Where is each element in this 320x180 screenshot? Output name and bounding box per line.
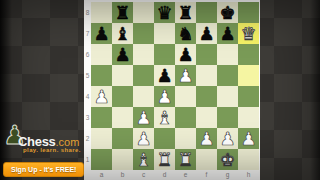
- square-a3: [91, 107, 112, 128]
- black-queen-d8: ♛: [154, 2, 175, 23]
- square-c6: [133, 44, 154, 65]
- file-label-a: a: [91, 170, 112, 179]
- square-h2: ♟: [238, 128, 259, 149]
- square-e3: [175, 107, 196, 128]
- square-b7: ♝: [112, 23, 133, 44]
- white-bishop-c1: ♝: [133, 149, 154, 170]
- rank-label-6: 6: [84, 44, 91, 65]
- square-h1: [238, 149, 259, 170]
- square-c3: ♟: [133, 107, 154, 128]
- square-g1: ♚: [217, 149, 238, 170]
- square-b6: ♟: [112, 44, 133, 65]
- square-f5: [196, 65, 217, 86]
- square-c2: ♟: [133, 128, 154, 149]
- black-pawn-a7: ♟: [91, 23, 112, 44]
- black-pawn-g7: ♟: [217, 23, 238, 44]
- black-pawn-d5: ♟: [154, 65, 175, 86]
- square-g3: [217, 107, 238, 128]
- square-h8: [238, 2, 259, 23]
- square-b8: ♜: [112, 2, 133, 23]
- square-h5: [238, 65, 259, 86]
- square-a1: [91, 149, 112, 170]
- square-e2: [175, 128, 196, 149]
- square-g4: [217, 86, 238, 107]
- square-e4: [175, 86, 196, 107]
- square-d7: [154, 23, 175, 44]
- square-e8: ♜: [175, 2, 196, 23]
- square-f1: [196, 149, 217, 170]
- square-e5: ♟: [175, 65, 196, 86]
- file-label-h: h: [238, 170, 259, 179]
- white-pawn-f2: ♟: [196, 128, 217, 149]
- file-label-c: c: [133, 170, 154, 179]
- white-pawn-d4: ♟: [154, 86, 175, 107]
- white-bishop-d3: ♝: [154, 107, 175, 128]
- square-h7: ♛: [238, 23, 259, 44]
- square-g2: ♟: [217, 128, 238, 149]
- square-g7: ♟: [217, 23, 238, 44]
- sign-up-button[interactable]: Sign Up - it's FREE!: [3, 162, 84, 177]
- black-pawn-f7: ♟: [196, 23, 217, 44]
- square-a5: [91, 65, 112, 86]
- square-f4: [196, 86, 217, 107]
- file-label-g: g: [217, 170, 238, 179]
- square-g5: [217, 65, 238, 86]
- video-frame: 87654321 ♜♛♜♚♟♝♞♟♟♛♟♟♟♟♟♟♟♝♟♟♟♟♝♜♜♚ abcd…: [0, 0, 320, 180]
- square-d8: ♛: [154, 2, 175, 23]
- square-a7: ♟: [91, 23, 112, 44]
- file-label-d: d: [154, 170, 175, 179]
- rank-label-5: 5: [84, 65, 91, 86]
- square-d1: ♜: [154, 149, 175, 170]
- square-d2: [154, 128, 175, 149]
- square-a2: [91, 128, 112, 149]
- white-pawn-e5: ♟: [175, 65, 196, 86]
- square-a8: [91, 2, 112, 23]
- black-rook-b8: ♜: [112, 2, 133, 23]
- white-rook-d1: ♜: [154, 149, 175, 170]
- white-pawn-h2: ♟: [238, 128, 259, 149]
- file-label-b: b: [112, 170, 133, 179]
- square-b1: [112, 149, 133, 170]
- white-pawn-c3: ♟: [133, 107, 154, 128]
- white-pawn-c2: ♟: [133, 128, 154, 149]
- square-c5: [133, 65, 154, 86]
- file-label-e: e: [175, 170, 196, 179]
- black-pawn-e6: ♟: [175, 44, 196, 65]
- square-b4: [112, 86, 133, 107]
- black-king-g8: ♚: [217, 2, 238, 23]
- white-queen-h7: ♛: [238, 23, 259, 44]
- rank-label-7: 7: [84, 23, 91, 44]
- square-f8: [196, 2, 217, 23]
- square-d5: ♟: [154, 65, 175, 86]
- square-g6: [217, 44, 238, 65]
- white-rook-e1: ♜: [175, 149, 196, 170]
- square-e6: ♟: [175, 44, 196, 65]
- square-e7: ♞: [175, 23, 196, 44]
- logo-tagline: play. learn. share.: [23, 147, 81, 153]
- black-rook-e8: ♜: [175, 2, 196, 23]
- chess-board: ♜♛♜♚♟♝♞♟♟♛♟♟♟♟♟♟♟♝♟♟♟♟♝♜♜♚: [91, 2, 259, 170]
- black-pawn-b6: ♟: [112, 44, 133, 65]
- square-e1: ♜: [175, 149, 196, 170]
- white-pawn-g2: ♟: [217, 128, 238, 149]
- square-b3: [112, 107, 133, 128]
- white-pawn-a4: ♟: [91, 86, 112, 107]
- chess-com-logo[interactable]: ♟ Chess.com play. learn. share.: [2, 124, 86, 160]
- square-d3: ♝: [154, 107, 175, 128]
- square-c1: ♝: [133, 149, 154, 170]
- rank-label-8: 8: [84, 2, 91, 23]
- rank-label-4: 4: [84, 86, 91, 107]
- file-labels: abcdefgh: [91, 170, 259, 179]
- square-h3: [238, 107, 259, 128]
- square-h6: [238, 44, 259, 65]
- right-edge-shadow: [310, 0, 320, 180]
- chess-board-panel: 87654321 ♜♛♜♚♟♝♞♟♟♛♟♟♟♟♟♟♟♝♟♟♟♟♝♜♜♚ abcd…: [84, 0, 260, 180]
- white-king-g1: ♚: [217, 149, 238, 170]
- square-b5: [112, 65, 133, 86]
- square-d4: ♟: [154, 86, 175, 107]
- black-bishop-b7: ♝: [112, 23, 133, 44]
- black-knight-e7: ♞: [175, 23, 196, 44]
- square-a6: [91, 44, 112, 65]
- square-a4: ♟: [91, 86, 112, 107]
- square-f3: [196, 107, 217, 128]
- square-f2: ♟: [196, 128, 217, 149]
- square-c8: [133, 2, 154, 23]
- square-d6: [154, 44, 175, 65]
- square-b2: [112, 128, 133, 149]
- square-h4: [238, 86, 259, 107]
- square-c7: [133, 23, 154, 44]
- square-g8: ♚: [217, 2, 238, 23]
- file-label-f: f: [196, 170, 217, 179]
- square-f7: ♟: [196, 23, 217, 44]
- square-f6: [196, 44, 217, 65]
- square-c4: [133, 86, 154, 107]
